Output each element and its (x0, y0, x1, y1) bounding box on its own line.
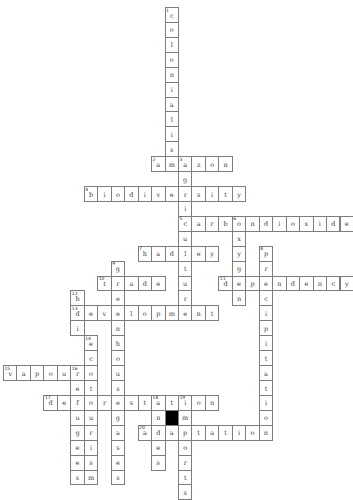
cell-letter: t (219, 430, 231, 437)
grid-cell[interactable]: e (151, 276, 165, 292)
grid-cell[interactable]: i (259, 305, 273, 321)
cell-letter: p (152, 311, 164, 318)
grid-cell[interactable]: n (165, 67, 179, 83)
grid-cell[interactable]: 13d (70, 305, 84, 321)
cell-letter: g (112, 266, 124, 273)
grid-cell[interactable]: 16r (70, 365, 84, 381)
cell-letter: t (139, 400, 151, 407)
grid-cell[interactable]: 17d (43, 395, 57, 411)
cell-letter: u (71, 415, 83, 422)
grid-cell[interactable]: s (111, 440, 125, 456)
cell-letter: t (206, 311, 218, 318)
grid-cell[interactable]: i (138, 186, 152, 202)
cell-letter: n (273, 281, 285, 288)
cell-letter: g (112, 415, 124, 422)
grid-cell[interactable]: t (178, 470, 192, 486)
cell-letter: e (112, 296, 124, 303)
grid-cell[interactable]: i (165, 126, 179, 142)
cell-letter: m (166, 161, 178, 168)
grid-cell[interactable]: v (151, 186, 165, 202)
cell-letter: s (179, 490, 191, 497)
grid-cell[interactable]: l (124, 305, 138, 321)
cell-letter: s (112, 385, 124, 392)
cell-letter: c (179, 221, 191, 228)
cell-letter: p (179, 430, 191, 437)
grid-cell[interactable]: l (178, 246, 192, 262)
cell-letter: d (166, 251, 178, 258)
grid-cell[interactable]: a (16, 365, 30, 381)
grid-cell[interactable]: e (111, 395, 125, 411)
grid-cell[interactable]: d (165, 246, 179, 262)
cell-letter: t (260, 385, 272, 392)
grid-cell[interactable]: o (165, 52, 179, 68)
grid-cell[interactable]: n (191, 305, 205, 321)
grid-cell[interactable]: t (138, 395, 152, 411)
grid-cell[interactable]: 4b (84, 186, 98, 202)
cell-letter: a (139, 430, 151, 437)
cell-letter: a (166, 102, 178, 109)
cell-letter: o (44, 370, 56, 377)
cell-letter: g (233, 266, 245, 273)
cell-letter: r (71, 370, 83, 377)
grid-cell[interactable]: e (151, 440, 165, 456)
cell-letter: a (112, 430, 124, 437)
cell-letter: e (85, 311, 97, 318)
grid-cell[interactable]: d (151, 425, 165, 441)
cell-letter: o (112, 191, 124, 198)
grid-cell[interactable]: o (84, 365, 98, 381)
cell-letter: i (179, 206, 191, 213)
cell-letter: h (71, 296, 83, 303)
grid-cell[interactable]: o (111, 186, 125, 202)
cell-letter: f (71, 400, 83, 407)
grid-cell[interactable]: g (111, 410, 125, 426)
grid-cell[interactable]: 7h (138, 246, 152, 262)
cell-letter: e (260, 281, 272, 288)
cell-letter: p (260, 251, 272, 258)
grid-cell[interactable]: g (178, 171, 192, 187)
grid-cell[interactable]: z (191, 156, 205, 172)
grid-cell[interactable]: i (232, 425, 246, 441)
cell-letter: e (152, 281, 164, 288)
cell-letter: i (85, 445, 97, 452)
cell-letter: n (192, 311, 204, 318)
grid-cell[interactable]: s (70, 470, 84, 486)
cell-letter: i (98, 191, 110, 198)
cell-letter: i (233, 430, 245, 437)
grid-cell[interactable]: 19i (178, 395, 192, 411)
cell-letter: r (179, 296, 191, 303)
cell-letter: i (139, 191, 151, 198)
cell-letter: e (71, 445, 83, 452)
grid-cell[interactable]: p (259, 320, 273, 336)
cell-letter: u (85, 415, 97, 422)
grid-cell[interactable]: i (259, 335, 273, 351)
grid-cell[interactable]: 15v (3, 365, 17, 381)
grid-cell[interactable]: i (70, 320, 84, 336)
cell-letter: g (71, 430, 83, 437)
cell-letter: i (206, 191, 218, 198)
grid-cell[interactable]: n (111, 320, 125, 336)
cell-letter: m (166, 311, 178, 318)
grid-cell[interactable]: r (97, 395, 111, 411)
cell-letter: o (192, 400, 204, 407)
cell-letter: n (260, 430, 272, 437)
grid-cell[interactable]: o (111, 350, 125, 366)
cell-letter: p (246, 281, 258, 288)
cell-letter: i (166, 132, 178, 139)
cell-letter: o (112, 355, 124, 362)
cell-letter: d (327, 221, 339, 228)
grid-cell[interactable]: r (259, 261, 273, 277)
cell-letter: i (260, 340, 272, 347)
grid-cell[interactable]: a (151, 246, 165, 262)
grid-cell[interactable]: t (218, 186, 232, 202)
cell-letter: v (152, 191, 164, 198)
grid-cell[interactable]: s (151, 455, 165, 471)
cell-letter: h (112, 340, 124, 347)
cell-letter: o (206, 161, 218, 168)
cell-letter: y (206, 251, 218, 258)
cell-letter: o (287, 221, 299, 228)
cell-letter: e (179, 311, 191, 318)
grid-cell[interactable]: t (218, 425, 232, 441)
cell-letter: a (152, 400, 164, 407)
cell-letter: l (179, 251, 191, 258)
grid-cell[interactable]: d (326, 216, 340, 232)
cell-letter: o (166, 57, 178, 64)
cell-letter: a (152, 161, 164, 168)
grid-cell[interactable]: g (232, 261, 246, 277)
grid-cell[interactable]: 6o (232, 216, 246, 232)
grid-cell[interactable]: c (84, 350, 98, 366)
cell-letter: y (233, 191, 245, 198)
grid-cell[interactable]: n (259, 425, 273, 441)
cell-letter: r (112, 281, 124, 288)
grid-cell[interactable]: m (165, 305, 179, 321)
cell-letter: n (112, 326, 124, 333)
grid-cell[interactable]: n (205, 395, 219, 411)
grid-cell[interactable]: r (178, 290, 192, 306)
cell-letter: y (233, 251, 245, 258)
grid-cell[interactable]: g (70, 425, 84, 441)
grid-cell[interactable]: e (111, 305, 125, 321)
grid-cell[interactable]: 20a (138, 425, 152, 441)
grid-cell[interactable]: r (178, 455, 192, 471)
grid-cell[interactable]: p (245, 276, 259, 292)
grid-cell[interactable]: a (124, 276, 138, 292)
grid-cell[interactable]: e (232, 276, 246, 292)
cell-letter: d (219, 281, 231, 288)
grid-cell[interactable]: o (245, 425, 259, 441)
grid-cell[interactable]: r (111, 276, 125, 292)
grid-cell[interactable]: e (57, 395, 71, 411)
cell-letter: z (192, 161, 204, 168)
cell-letter: e (152, 445, 164, 452)
grid-cell[interactable]: t (165, 395, 179, 411)
cell-letter: r (85, 430, 97, 437)
black-cell (165, 410, 179, 426)
grid-cell[interactable]: p (30, 365, 44, 381)
cell-letter: r (179, 191, 191, 198)
grid-cell[interactable]: e (178, 305, 192, 321)
cell-letter: i (71, 326, 83, 333)
grid-cell[interactable]: o (286, 216, 300, 232)
cell-letter: i (273, 221, 285, 228)
grid-cell[interactable]: t (259, 380, 273, 396)
grid-cell[interactable]: e (340, 216, 353, 232)
grid-cell[interactable]: 10t (97, 276, 111, 292)
cell-letter: b (219, 221, 231, 228)
grid-cell[interactable]: d (286, 276, 300, 292)
cell-letter: o (233, 221, 245, 228)
grid-cell[interactable]: t (84, 380, 98, 396)
cell-letter: m (85, 475, 97, 482)
grid-cell[interactable]: n (218, 156, 232, 172)
cell-letter: v (98, 311, 110, 318)
cell-letter: t (85, 385, 97, 392)
grid-cell[interactable]: u (111, 365, 125, 381)
cell-letter: e (112, 400, 124, 407)
grid-cell[interactable]: a (111, 425, 125, 441)
grid-cell[interactable]: d (138, 276, 152, 292)
cell-letter: d (287, 281, 299, 288)
cell-letter: e (71, 385, 83, 392)
grid-cell[interactable]: u (84, 410, 98, 426)
grid-cell[interactable]: 18a (151, 395, 165, 411)
grid-cell[interactable]: v (97, 305, 111, 321)
grid-cell[interactable]: m (165, 156, 179, 172)
cell-letter: a (17, 370, 29, 377)
cell-letter: s (85, 460, 97, 467)
grid-cell[interactable]: n (232, 290, 246, 306)
cell-letter: g (179, 176, 191, 183)
grid-cell[interactable]: u (57, 365, 71, 381)
cell-letter: u (112, 370, 124, 377)
cell-letter: v (4, 370, 16, 377)
grid-cell[interactable]: 2a (151, 156, 165, 172)
grid-cell[interactable]: e (70, 380, 84, 396)
grid-cell[interactable]: p (151, 305, 165, 321)
grid-cell[interactable]: s (111, 470, 125, 486)
grid-cell[interactable]: h (111, 335, 125, 351)
grid-cell[interactable]: e (299, 276, 313, 292)
grid-cell[interactable]: s (178, 484, 192, 500)
grid-cell[interactable]: s (124, 395, 138, 411)
grid-cell[interactable]: 12h (70, 290, 84, 306)
grid-cell[interactable]: u (70, 410, 84, 426)
cell-letter: o (246, 430, 258, 437)
grid-cell[interactable]: o (191, 395, 205, 411)
cell-letter: l (166, 42, 178, 49)
grid-cell[interactable]: n (245, 216, 259, 232)
grid-cell[interactable]: n (151, 410, 165, 426)
cell-letter: i (179, 400, 191, 407)
cell-letter: o (166, 27, 178, 34)
grid-cell[interactable]: o (84, 395, 98, 411)
grid-cell[interactable]: s (111, 380, 125, 396)
grid-cell[interactable]: y (340, 276, 353, 292)
grid-cell[interactable]: t (191, 425, 205, 441)
cell-letter: e (58, 400, 70, 407)
cell-letter: u (179, 236, 191, 243)
cell-letter: c (260, 296, 272, 303)
cell-letter: n (219, 161, 231, 168)
grid-cell[interactable]: d (259, 216, 273, 232)
cell-letter: l (166, 117, 178, 124)
cell-letter: d (71, 311, 83, 318)
grid-cell[interactable]: t (178, 261, 192, 277)
grid-cell[interactable]: u (178, 276, 192, 292)
grid-cell[interactable]: i (178, 201, 192, 217)
cell-letter: c (166, 12, 178, 19)
grid-cell[interactable]: i (165, 82, 179, 98)
grid-cell[interactable]: y (205, 246, 219, 262)
cell-letter: h (139, 251, 151, 258)
cell-letter: m (179, 415, 191, 422)
grid-cell[interactable]: n (313, 276, 327, 292)
grid-cell[interactable]: i (272, 216, 286, 232)
grid-cell[interactable]: u (178, 231, 192, 247)
cell-letter: d (125, 191, 137, 198)
cell-letter: l (125, 311, 137, 318)
cell-letter: u (179, 281, 191, 288)
cell-letter: e (112, 311, 124, 318)
cell-letter: b (85, 191, 97, 198)
grid-cell[interactable]: m (178, 410, 192, 426)
grid-cell[interactable]: 3a (178, 156, 192, 172)
cell-letter: i (260, 400, 272, 407)
grid-cell[interactable]: l (165, 111, 179, 127)
grid-cell[interactable]: s (165, 141, 179, 157)
cell-letter: r (98, 400, 110, 407)
grid-cell[interactable]: a (165, 97, 179, 113)
cell-letter: o (139, 311, 151, 318)
grid-cell[interactable]: e (70, 440, 84, 456)
cell-letter: r (179, 460, 191, 467)
cell-letter: s (125, 400, 137, 407)
cell-letter: e (300, 281, 312, 288)
grid-cell[interactable]: a (191, 216, 205, 232)
cell-letter: x (300, 221, 312, 228)
grid-cell[interactable]: y (232, 186, 246, 202)
grid-cell[interactable]: p (178, 425, 192, 441)
grid-cell[interactable]: y (232, 246, 246, 262)
grid-cell[interactable]: e (70, 455, 84, 471)
cell-letter: o (260, 415, 272, 422)
cell-letter: i (260, 311, 272, 318)
cell-letter: a (206, 430, 218, 437)
cell-letter: d (44, 400, 56, 407)
grid-cell[interactable]: i (97, 186, 111, 202)
grid-cell[interactable]: i (84, 440, 98, 456)
grid-cell[interactable]: o (165, 22, 179, 38)
cell-letter: d (139, 281, 151, 288)
grid-cell[interactable]: 11d (218, 276, 232, 292)
grid-cell[interactable]: s (191, 186, 205, 202)
cell-letter: a (125, 281, 137, 288)
grid-cell[interactable]: 1c (165, 7, 179, 23)
grid-cell[interactable]: 14e (84, 335, 98, 351)
grid-cell[interactable]: s (84, 455, 98, 471)
grid-cell[interactable]: a (165, 425, 179, 441)
cell-letter: i (166, 87, 178, 94)
grid-cell[interactable]: m (84, 470, 98, 486)
grid-cell[interactable]: a (259, 365, 273, 381)
grid-cell[interactable]: i (259, 395, 273, 411)
cell-letter: a (260, 370, 272, 377)
cell-letter: o (179, 445, 191, 452)
grid-cell[interactable]: e (191, 246, 205, 262)
grid-cell[interactable]: e (259, 276, 273, 292)
cell-letter: r (260, 266, 272, 273)
grid-cell[interactable]: f (70, 395, 84, 411)
grid-cell[interactable]: d (124, 186, 138, 202)
cell-letter: c (85, 355, 97, 362)
grid-cell[interactable]: n (272, 276, 286, 292)
cell-letter: n (314, 281, 326, 288)
cell-letter: o (85, 400, 97, 407)
grid-cell[interactable]: r (205, 216, 219, 232)
grid-cell[interactable]: 5c (178, 216, 192, 232)
grid-cell[interactable]: x (232, 231, 246, 247)
cell-letter: a (166, 430, 178, 437)
cell-letter: e (233, 281, 245, 288)
grid-cell[interactable]: r (84, 425, 98, 441)
grid-cell[interactable]: c (259, 290, 273, 306)
cell-letter: e (85, 340, 97, 347)
cell-letter: n (246, 221, 258, 228)
cell-letter: d (260, 221, 272, 228)
grid-cell[interactable]: o (138, 305, 152, 321)
grid-cell[interactable]: 8p (259, 246, 273, 262)
cell-letter: d (152, 430, 164, 437)
grid-cell[interactable]: o (178, 440, 192, 456)
cell-letter: s (71, 475, 83, 482)
grid-cell[interactable]: r (178, 186, 192, 202)
cell-letter: t (219, 191, 231, 198)
cell-letter: s (112, 475, 124, 482)
grid-cell[interactable]: e (111, 290, 125, 306)
grid-cell[interactable]: e (165, 186, 179, 202)
grid-cell[interactable]: o (259, 410, 273, 426)
grid-cell[interactable]: 9g (111, 261, 125, 277)
cell-letter: a (192, 221, 204, 228)
grid-cell[interactable]: l (165, 37, 179, 53)
cell-letter: p (260, 326, 272, 333)
grid-cell[interactable]: c (326, 276, 340, 292)
cell-letter: n (152, 415, 164, 422)
grid-cell[interactable]: o (43, 365, 57, 381)
grid-cell[interactable]: t (205, 305, 219, 321)
cell-letter: a (152, 251, 164, 258)
cell-letter: t (98, 281, 110, 288)
grid-cell[interactable]: e (84, 305, 98, 321)
cell-letter: e (341, 221, 353, 228)
grid-cell[interactable]: a (205, 425, 219, 441)
grid-cell[interactable]: i (313, 216, 327, 232)
grid-cell[interactable]: o (205, 156, 219, 172)
grid-cell[interactable]: i (205, 186, 219, 202)
cell-letter: t (166, 400, 178, 407)
cell-letter: s (152, 460, 164, 467)
grid-cell[interactable]: b (218, 216, 232, 232)
cell-letter: n (233, 296, 245, 303)
cell-letter: u (58, 370, 70, 377)
grid-cell[interactable]: e (111, 455, 125, 471)
grid-cell[interactable]: t (259, 350, 273, 366)
grid-cell[interactable]: x (299, 216, 313, 232)
